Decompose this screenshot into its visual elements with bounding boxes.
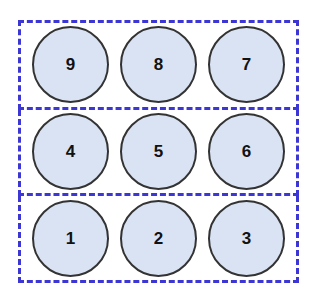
disc-label: 7	[242, 56, 251, 73]
disc-2[interactable]: 2	[120, 200, 197, 277]
disc-label: 2	[154, 230, 163, 247]
disc-6[interactable]: 6	[208, 113, 285, 190]
disc-8[interactable]: 8	[120, 26, 197, 103]
disc-7[interactable]: 7	[208, 26, 285, 103]
disc-label: 3	[242, 230, 251, 247]
disc-label: 5	[154, 143, 163, 160]
disc-5[interactable]: 5	[120, 113, 197, 190]
disc-label: 1	[66, 230, 75, 247]
disc-4[interactable]: 4	[32, 113, 109, 190]
row-group-top: 9 8 7	[18, 20, 299, 110]
row-group-middle: 4 5 6	[18, 110, 299, 197]
disc-9[interactable]: 9	[32, 26, 109, 103]
disc-label: 9	[66, 56, 75, 73]
disc-label: 4	[66, 143, 75, 160]
discs-grid: 9 8 7 4 5 6 1 2 3	[18, 20, 299, 283]
row-group-bottom: 1 2 3	[18, 196, 299, 283]
disc-1[interactable]: 1	[32, 200, 109, 277]
disc-label: 6	[242, 143, 251, 160]
disc-label: 8	[154, 56, 163, 73]
disc-3[interactable]: 3	[208, 200, 285, 277]
